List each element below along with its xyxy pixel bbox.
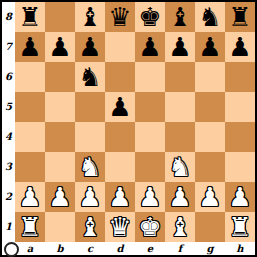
square-b1[interactable] xyxy=(45,212,75,242)
piece-white-pawn: ♟ xyxy=(45,182,75,212)
square-f4[interactable] xyxy=(165,122,195,152)
square-h1[interactable]: ♜ xyxy=(225,212,255,242)
file-label-e: e xyxy=(147,244,153,254)
piece-white-pawn: ♟ xyxy=(75,182,105,212)
square-f5[interactable] xyxy=(165,92,195,122)
rank-label-8: 8 xyxy=(5,12,12,22)
square-a6[interactable] xyxy=(15,62,45,92)
square-g7[interactable]: ♟ xyxy=(195,32,225,62)
square-h6[interactable] xyxy=(225,62,255,92)
piece-white-bishop: ♝ xyxy=(165,212,195,242)
piece-white-bishop: ♝ xyxy=(75,212,105,242)
piece-black-pawn: ♟ xyxy=(75,32,105,62)
square-b3[interactable] xyxy=(45,152,75,182)
square-d2[interactable]: ♟ xyxy=(105,182,135,212)
rank-label-2: 2 xyxy=(5,192,12,202)
rank-label-6: 6 xyxy=(5,72,12,82)
file-label-g: g xyxy=(207,244,214,254)
square-g6[interactable] xyxy=(195,62,225,92)
square-g2[interactable]: ♟ xyxy=(195,182,225,212)
piece-white-rook: ♜ xyxy=(15,212,45,242)
piece-white-pawn: ♟ xyxy=(105,182,135,212)
square-h2[interactable]: ♟ xyxy=(225,182,255,212)
square-a1[interactable]: ♜ xyxy=(15,212,45,242)
piece-black-knight: ♞ xyxy=(195,2,225,32)
file-label-c: c xyxy=(87,244,93,254)
square-e7[interactable]: ♟ xyxy=(135,32,165,62)
piece-white-knight: ♞ xyxy=(165,152,195,182)
rank-label-7: 7 xyxy=(5,42,12,52)
square-h5[interactable] xyxy=(225,92,255,122)
square-d8[interactable]: ♛ xyxy=(105,2,135,32)
square-c2[interactable]: ♟ xyxy=(75,182,105,212)
square-e4[interactable] xyxy=(135,122,165,152)
square-d1[interactable]: ♛ xyxy=(105,212,135,242)
piece-black-king: ♚ xyxy=(135,2,165,32)
square-g3[interactable] xyxy=(195,152,225,182)
piece-black-pawn: ♟ xyxy=(195,32,225,62)
square-f8[interactable]: ♝ xyxy=(165,2,195,32)
square-f2[interactable]: ♟ xyxy=(165,182,195,212)
board-layout: 87654321 ♜♝♛♚♝♞♜♟♟♟♟♟♟♟♞♟♞♞♟♟♟♟♟♟♟♟♜♝♛♚♝… xyxy=(2,2,255,255)
piece-black-pawn: ♟ xyxy=(165,32,195,62)
piece-black-bishop: ♝ xyxy=(75,2,105,32)
square-a5[interactable] xyxy=(15,92,45,122)
square-f1[interactable]: ♝ xyxy=(165,212,195,242)
rank-label-1: 1 xyxy=(5,222,12,232)
square-b6[interactable] xyxy=(45,62,75,92)
piece-black-pawn: ♟ xyxy=(15,32,45,62)
square-c4[interactable] xyxy=(75,122,105,152)
file-label-a: a xyxy=(27,244,33,254)
piece-black-rook: ♜ xyxy=(15,2,45,32)
square-c6[interactable]: ♞ xyxy=(75,62,105,92)
square-h3[interactable] xyxy=(225,152,255,182)
piece-white-pawn: ♟ xyxy=(195,182,225,212)
square-f6[interactable] xyxy=(165,62,195,92)
square-c5[interactable] xyxy=(75,92,105,122)
square-d5[interactable]: ♟ xyxy=(105,92,135,122)
square-h8[interactable]: ♜ xyxy=(225,2,255,32)
square-c3[interactable]: ♞ xyxy=(75,152,105,182)
piece-black-pawn: ♟ xyxy=(105,92,135,122)
square-b2[interactable]: ♟ xyxy=(45,182,75,212)
piece-white-pawn: ♟ xyxy=(135,182,165,212)
piece-black-pawn: ♟ xyxy=(135,32,165,62)
piece-white-pawn: ♟ xyxy=(165,182,195,212)
file-labels: abcdefgh xyxy=(15,242,255,255)
piece-black-pawn: ♟ xyxy=(225,32,255,62)
square-e8[interactable]: ♚ xyxy=(135,2,165,32)
square-e3[interactable] xyxy=(135,152,165,182)
square-b4[interactable] xyxy=(45,122,75,152)
rank-label-5: 5 xyxy=(5,102,12,112)
square-g4[interactable] xyxy=(195,122,225,152)
piece-white-pawn: ♟ xyxy=(225,182,255,212)
square-c7[interactable]: ♟ xyxy=(75,32,105,62)
file-label-d: d xyxy=(117,244,124,254)
rank-labels: 87654321 xyxy=(2,2,15,242)
square-f3[interactable]: ♞ xyxy=(165,152,195,182)
square-b8[interactable] xyxy=(45,2,75,32)
square-a3[interactable] xyxy=(15,152,45,182)
piece-white-pawn: ♟ xyxy=(15,182,45,212)
rank-label-4: 4 xyxy=(5,132,12,142)
square-a8[interactable]: ♜ xyxy=(15,2,45,32)
square-e5[interactable] xyxy=(135,92,165,122)
square-b5[interactable] xyxy=(45,92,75,122)
piece-black-rook: ♜ xyxy=(225,2,255,32)
piece-white-knight: ♞ xyxy=(75,152,105,182)
square-d3[interactable] xyxy=(105,152,135,182)
square-c8[interactable]: ♝ xyxy=(75,2,105,32)
chess-board-diagram: 87654321 ♜♝♛♚♝♞♜♟♟♟♟♟♟♟♞♟♞♞♟♟♟♟♟♟♟♟♜♝♛♚♝… xyxy=(0,0,257,257)
square-e1[interactable]: ♚ xyxy=(135,212,165,242)
square-e6[interactable] xyxy=(135,62,165,92)
piece-white-king: ♚ xyxy=(135,212,165,242)
piece-white-rook: ♜ xyxy=(225,212,255,242)
square-a2[interactable]: ♟ xyxy=(15,182,45,212)
square-a7[interactable]: ♟ xyxy=(15,32,45,62)
square-d4[interactable] xyxy=(105,122,135,152)
square-h7[interactable]: ♟ xyxy=(225,32,255,62)
piece-black-queen: ♛ xyxy=(105,2,135,32)
rank-label-3: 3 xyxy=(5,162,12,172)
file-label-h: h xyxy=(236,244,243,254)
square-d6[interactable] xyxy=(105,62,135,92)
chess-board: ♜♝♛♚♝♞♜♟♟♟♟♟♟♟♞♟♞♞♟♟♟♟♟♟♟♟♜♝♛♚♝♜ xyxy=(15,2,255,242)
square-a4[interactable] xyxy=(15,122,45,152)
piece-black-bishop: ♝ xyxy=(165,2,195,32)
piece-black-pawn: ♟ xyxy=(45,32,75,62)
square-b7[interactable]: ♟ xyxy=(45,32,75,62)
square-f7[interactable]: ♟ xyxy=(165,32,195,62)
piece-white-queen: ♛ xyxy=(105,212,135,242)
square-h4[interactable] xyxy=(225,122,255,152)
white-to-move-indicator xyxy=(4,242,19,257)
file-label-b: b xyxy=(57,244,64,254)
square-g8[interactable]: ♞ xyxy=(195,2,225,32)
square-c1[interactable]: ♝ xyxy=(75,212,105,242)
piece-black-knight: ♞ xyxy=(75,62,105,92)
file-label-f: f xyxy=(178,244,182,254)
square-d7[interactable] xyxy=(105,32,135,62)
square-g1[interactable] xyxy=(195,212,225,242)
square-g5[interactable] xyxy=(195,92,225,122)
square-e2[interactable]: ♟ xyxy=(135,182,165,212)
